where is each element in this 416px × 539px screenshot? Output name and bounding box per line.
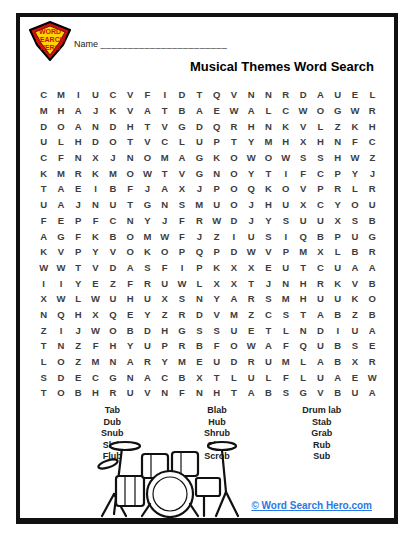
grid-cell-r17c6: Y (121, 338, 138, 354)
grid-cell-r16c15: L (277, 322, 294, 338)
grid-cell-r6c18: P (329, 165, 346, 181)
grid-cell-r20c9: F (173, 385, 190, 401)
grid-cell-r13c4: E (87, 275, 104, 291)
grid-cell-r5c7: O (139, 150, 156, 166)
grid-cell-r2c8: T (156, 103, 173, 119)
grid-cell-r13c1: I (35, 275, 52, 291)
grid-cell-r18c14: U (260, 354, 277, 370)
grid-cell-r16c3: J (70, 322, 87, 338)
grid-cell-r17c7: U (139, 338, 156, 354)
grid-cell-r9c13: J (243, 213, 260, 229)
grid-cell-r15c18: B (329, 307, 346, 323)
grid-cell-r2c7: A (139, 103, 156, 119)
grid-cell-r16c2: I (52, 322, 69, 338)
grid-cell-r6c11: N (208, 165, 225, 181)
grid-cell-r5c11: K (208, 150, 225, 166)
grid-cell-r16c9: G (173, 322, 190, 338)
grid-cell-r8c9: S (173, 197, 190, 213)
grid-cell-r12c3: T (70, 260, 87, 276)
grid-cell-r6c13: Y (243, 165, 260, 181)
grid-cell-r3c14: N (260, 118, 277, 134)
grid-cell-r9c20: B (364, 213, 381, 229)
grid-cell-r3c10: D (191, 118, 208, 134)
grid-cell-r10c13: U (243, 228, 260, 244)
grid-cell-r11c19: B (346, 244, 363, 260)
grid-cell-r11c5: V (104, 244, 121, 260)
grid-cell-r8c10: M (191, 197, 208, 213)
grid-cell-r19c8: C (156, 369, 173, 385)
grid-cell-r5c9: A (173, 150, 190, 166)
grid-cell-r14c12: A (225, 291, 242, 307)
grid-cell-r20c2: O (52, 385, 69, 401)
grid-cell-r18c2: O (52, 354, 69, 370)
grid-cell-r17c10: B (191, 338, 208, 354)
grid-cell-r8c14: H (260, 197, 277, 213)
grid-cell-r11c14: V (260, 244, 277, 260)
grid-cell-r18c9: M (173, 354, 190, 370)
grid-cell-r3c17: L (312, 118, 329, 134)
grid-cell-r1c8: I (156, 87, 173, 103)
grid-cell-r14c17: U (312, 291, 329, 307)
grid-cell-r12c13: X (243, 260, 260, 276)
grid-cell-r8c7: G (139, 197, 156, 213)
grid-cell-r2c20: R (364, 103, 381, 119)
grid-cell-r19c18: A (329, 369, 346, 385)
grid-cell-r5c5: J (104, 150, 121, 166)
grid-cell-r9c14: Y (260, 213, 277, 229)
grid-cell-r5c19: W (346, 150, 363, 166)
grid-cell-r4c3: H (70, 134, 87, 150)
grid-cell-r11c2: V (52, 244, 69, 260)
grid-cell-r17c13: W (243, 338, 260, 354)
word-item: Dub (60, 417, 165, 429)
grid-cell-r2c4: J (87, 103, 104, 119)
grid-cell-r6c10: G (191, 165, 208, 181)
grid-cell-r18c5: N (104, 354, 121, 370)
grid-cell-r3c18: Z (329, 118, 346, 134)
grid-cell-r14c4: W (87, 291, 104, 307)
grid-cell-r2c1: M (35, 103, 52, 119)
grid-cell-r7c11: P (208, 181, 225, 197)
grid-cell-r11c20: R (364, 244, 381, 260)
grid-cell-r13c9: W (173, 275, 190, 291)
grid-cell-r16c5: O (104, 322, 121, 338)
grid-cell-r16c4: W (87, 322, 104, 338)
grid-cell-r4c7: V (139, 134, 156, 150)
grid-cell-r11c10: Q (191, 244, 208, 260)
grid-cell-r3c19: K (346, 118, 363, 134)
grid-cell-r9c12: D (225, 213, 242, 229)
grid-cell-r11c1: K (35, 244, 52, 260)
grid-cell-r10c17: B (312, 228, 329, 244)
grid-cell-r16c16: N (294, 322, 311, 338)
grid-cell-r4c14: M (260, 134, 277, 150)
grid-cell-r20c7: V (139, 385, 156, 401)
grid-cell-r2c15: C (277, 103, 294, 119)
grid-cell-r1c19: E (346, 87, 363, 103)
grid-cell-r16c19: U (346, 322, 363, 338)
name-label: Name (74, 39, 98, 49)
grid-cell-r4c20: C (364, 134, 381, 150)
grid-cell-r10c1: A (35, 228, 52, 244)
grid-cell-r12c15: U (277, 260, 294, 276)
grid-cell-r6c9: V (173, 165, 190, 181)
grid-cell-r18c1: L (35, 354, 52, 370)
grid-cell-r6c12: O (225, 165, 242, 181)
grid-cell-r12c1: W (35, 260, 52, 276)
grid-cell-r12c16: T (294, 260, 311, 276)
grid-cell-r14c7: U (139, 291, 156, 307)
grid-cell-r13c3: Y (70, 275, 87, 291)
grid-cell-r12c6: A (121, 260, 138, 276)
grid-cell-r8c6: T (121, 197, 138, 213)
grid-cell-r19c3: E (70, 369, 87, 385)
grid-cell-r12c19: A (346, 260, 363, 276)
grid-cell-r19c11: T (208, 369, 225, 385)
grid-cell-r11c17: X (312, 244, 329, 260)
grid-cell-r18c15: M (277, 354, 294, 370)
grid-cell-r6c17: C (312, 165, 329, 181)
grid-cell-r9c7: Y (139, 213, 156, 229)
grid-cell-r19c20: W (364, 369, 381, 385)
grid-cell-r1c17: A (312, 87, 329, 103)
grid-cell-r18c19: X (346, 354, 363, 370)
grid-cell-r17c3: Z (70, 338, 87, 354)
grid-cell-r3c3: A (70, 118, 87, 134)
grid-cell-r8c8: N (156, 197, 173, 213)
grid-cell-r6c3: R (70, 165, 87, 181)
grid-cell-r8c2: A (52, 197, 69, 213)
grid-cell-r4c13: Y (243, 134, 260, 150)
grid-cell-r1c20: L (364, 87, 381, 103)
grid-cell-r12c5: D (104, 260, 121, 276)
grid-cell-r12c7: S (139, 260, 156, 276)
grid-cell-r19c2: D (52, 369, 69, 385)
grid-cell-r13c17: R (312, 275, 329, 291)
grid-cell-r8c12: O (225, 197, 242, 213)
grid-cell-r7c18: R (329, 181, 346, 197)
grid-cell-r16c11: S (208, 322, 225, 338)
word-item: Blab (165, 405, 270, 417)
grid-cell-r6c8: T (156, 165, 173, 181)
grid-cell-r14c3: L (70, 291, 87, 307)
grid-cell-r10c12: I (225, 228, 242, 244)
grid-cell-r5c6: N (121, 150, 138, 166)
grid-cell-r5c3: N (70, 150, 87, 166)
grid-cell-r18c20: R (364, 354, 381, 370)
grid-cell-r14c15: M (277, 291, 294, 307)
grid-cell-r2c11: E (208, 103, 225, 119)
grid-cell-r20c1: T (35, 385, 52, 401)
grid-cell-r3c9: G (173, 118, 190, 134)
grid-cell-r15c1: N (35, 307, 52, 323)
grid-cell-r3c13: H (243, 118, 260, 134)
name-blank-line: _______________________ (101, 39, 228, 49)
grid-cell-r19c9: B (173, 369, 190, 385)
word-item: Tab (60, 405, 165, 417)
word-search-hero-logo-icon: WORD SEARCH HERO (29, 21, 71, 61)
grid-cell-r18c18: B (329, 354, 346, 370)
grid-cell-r10c20: G (364, 228, 381, 244)
grid-cell-r10c8: W (156, 228, 173, 244)
grid-cell-r2c6: V (121, 103, 138, 119)
grid-cell-r16c17: D (312, 322, 329, 338)
grid-cell-r18c13: R (243, 354, 260, 370)
grid-cell-r1c16: D (294, 87, 311, 103)
grid-cell-r14c10: N (191, 291, 208, 307)
word-item: Rub (269, 440, 374, 452)
grid-cell-r4c5: O (104, 134, 121, 150)
grid-cell-r7c19: L (346, 181, 363, 197)
grid-cell-r16c18: I (329, 322, 346, 338)
grid-cell-r2c10: A (191, 103, 208, 119)
grid-cell-r4c16: X (294, 134, 311, 150)
grid-cell-r14c9: S (173, 291, 190, 307)
grid-cell-r16c12: U (225, 322, 242, 338)
header: WORD SEARCH HERO Name __________________… (20, 17, 394, 81)
svg-text:WORD: WORD (39, 28, 61, 35)
grid-cell-r4c18: N (329, 134, 346, 150)
grid-cell-r6c20: J (364, 165, 381, 181)
grid-cell-r4c6: T (121, 134, 138, 150)
grid-cell-r20c3: B (70, 385, 87, 401)
grid-cell-r19c10: X (191, 369, 208, 385)
grid-cell-r18c11: U (208, 354, 225, 370)
grid-cell-r19c15: F (277, 369, 294, 385)
grid-cell-r11c11: P (208, 244, 225, 260)
grid-cell-r4c17: H (312, 134, 329, 150)
grid-cell-r5c15: W (277, 150, 294, 166)
grid-cell-r6c19: Y (346, 165, 363, 181)
grid-cell-r2c17: O (312, 103, 329, 119)
grid-cell-r1c18: U (329, 87, 346, 103)
grid-cell-r15c17: A (312, 307, 329, 323)
grid-cell-r7c16: V (294, 181, 311, 197)
grid-cell-r9c10: R (191, 213, 208, 229)
grid-cell-r13c10: L (191, 275, 208, 291)
grid-cell-r20c19: U (346, 385, 363, 401)
grid-cell-r2c9: B (173, 103, 190, 119)
grid-cell-r9c16: U (294, 213, 311, 229)
grid-cell-r11c15: P (277, 244, 294, 260)
grid-cell-r6c15: I (277, 165, 294, 181)
grid-cell-r1c11: Q (208, 87, 225, 103)
grid-cell-r6c2: M (52, 165, 69, 181)
grid-cell-r7c6: F (121, 181, 138, 197)
grid-cell-r7c20: R (364, 181, 381, 197)
grid-cell-r3c4: N (87, 118, 104, 134)
grid-cell-r10c2: G (52, 228, 69, 244)
grid-cell-r18c8: Y (156, 354, 173, 370)
grid-cell-r14c20: O (364, 291, 381, 307)
word-item: Grab (269, 428, 374, 440)
grid-cell-r9c19: S (346, 213, 363, 229)
grid-cell-r13c12: X (225, 275, 242, 291)
grid-cell-r2c13: A (243, 103, 260, 119)
grid-cell-r15c10: D (191, 307, 208, 323)
grid-cell-r15c3: H (70, 307, 87, 323)
grid-cell-r16c6: B (121, 322, 138, 338)
grid-cell-r4c10: U (191, 134, 208, 150)
grid-cell-r14c5: U (104, 291, 121, 307)
grid-cell-r2c19: W (346, 103, 363, 119)
grid-cell-r15c20: B (364, 307, 381, 323)
grid-cell-r14c1: X (35, 291, 52, 307)
svg-text:SEARCH: SEARCH (35, 36, 65, 43)
grid-cell-r11c16: M (294, 244, 311, 260)
grid-cell-r19c13: U (243, 369, 260, 385)
grid-cell-r11c4: Y (87, 244, 104, 260)
grid-cell-r20c10: N (191, 385, 208, 401)
grid-cell-r8c5: U (104, 197, 121, 213)
grid-cell-r7c1: T (35, 181, 52, 197)
grid-cell-r10c3: F (70, 228, 87, 244)
grid-cell-r1c5: C (104, 87, 121, 103)
grid-cell-r7c12: O (225, 181, 242, 197)
grid-cell-r11c3: P (70, 244, 87, 260)
word-item: Drum lab (269, 405, 374, 417)
grid-cell-r17c18: B (329, 338, 346, 354)
grid-cell-r14c18: U (329, 291, 346, 307)
grid-cell-r5c12: O (225, 150, 242, 166)
grid-cell-r20c20: A (364, 385, 381, 401)
grid-cell-r6c5: M (104, 165, 121, 181)
grid-cell-r7c9: X (173, 181, 190, 197)
grid-cell-r13c19: V (346, 275, 363, 291)
grid-cell-r16c8: H (156, 322, 173, 338)
grid-cell-r13c15: N (277, 275, 294, 291)
grid-cell-r20c16: G (294, 385, 311, 401)
grid-cell-r10c18: P (329, 228, 346, 244)
grid-cell-r1c13: N (243, 87, 260, 103)
grid-cell-r9c4: F (87, 213, 104, 229)
grid-cell-r7c8: A (156, 181, 173, 197)
word-search-hero-link[interactable]: © Word Search Hero.com (251, 500, 372, 511)
grid-cell-r17c5: H (104, 338, 121, 354)
grid-cell-r6c16: F (294, 165, 311, 181)
grid-cell-r7c3: E (70, 181, 87, 197)
grid-cell-r5c20: Z (364, 150, 381, 166)
grid-cell-r6c14: T (260, 165, 277, 181)
grid-cell-r15c15: S (277, 307, 294, 323)
grid-cell-r17c20: E (364, 338, 381, 354)
grid-cell-r17c9: R (173, 338, 190, 354)
grid-cell-r19c5: G (104, 369, 121, 385)
grid-cell-r11c9: P (173, 244, 190, 260)
grid-cell-r19c1: S (35, 369, 52, 385)
grid-cell-r16c7: D (139, 322, 156, 338)
grid-cell-r4c9: L (173, 134, 190, 150)
grid-cell-r9c9: F (173, 213, 190, 229)
grid-cell-r13c8: U (156, 275, 173, 291)
grid-cell-r18c10: E (191, 354, 208, 370)
grid-cell-r11c13: W (243, 244, 260, 260)
grid-cell-r5c16: S (294, 150, 311, 166)
grid-cell-r12c18: U (329, 260, 346, 276)
grid-cell-r12c9: I (173, 260, 190, 276)
grid-cell-r14c11: Y (208, 291, 225, 307)
grid-cell-r8c18: Y (329, 197, 346, 213)
grid-cell-r6c6: O (121, 165, 138, 181)
grid-cell-r19c17: U (312, 369, 329, 385)
grid-cell-r19c6: N (121, 369, 138, 385)
svg-text:HERO: HERO (40, 44, 61, 51)
grid-cell-r20c13: A (243, 385, 260, 401)
grid-cell-r9c1: F (35, 213, 52, 229)
grid-cell-r6c4: K (87, 165, 104, 181)
grid-cell-r13c13: T (243, 275, 260, 291)
grid-cell-r19c12: L (225, 369, 242, 385)
grid-cell-r15c7: Y (139, 307, 156, 323)
grid-cell-r5c18: H (329, 150, 346, 166)
word-item: Hub (165, 417, 270, 429)
grid-cell-r11c18: L (329, 244, 346, 260)
grid-cell-r1c9: D (173, 87, 190, 103)
grid-cell-r9c2: E (52, 213, 69, 229)
grid-cell-r13c6: F (121, 275, 138, 291)
grid-cell-r3c15: K (277, 118, 294, 134)
grid-cell-r11c8: O (156, 244, 173, 260)
grid-cell-r17c12: O (225, 338, 242, 354)
grid-cell-r7c15: O (277, 181, 294, 197)
word-item: Sub (269, 451, 374, 463)
grid-cell-r19c16: L (294, 369, 311, 385)
grid-cell-r6c1: K (35, 165, 52, 181)
grid-cell-r17c2: N (52, 338, 69, 354)
grid-cell-r10c16: Q (294, 228, 311, 244)
grid-cell-r10c15: I (277, 228, 294, 244)
grid-cell-r3c7: T (139, 118, 156, 134)
grid-cell-r7c5: B (104, 181, 121, 197)
grid-cell-r3c11: Q (208, 118, 225, 134)
grid-cell-r15c11: V (208, 307, 225, 323)
grid-cell-r3c1: D (35, 118, 52, 134)
grid-cell-r8c3: J (70, 197, 87, 213)
grid-cell-r3c8: V (156, 118, 173, 134)
grid-cell-r9c11: W (208, 213, 225, 229)
grid-cell-r19c19: E (346, 369, 363, 385)
grid-cell-r20c6: U (121, 385, 138, 401)
grid-cell-r8c13: J (243, 197, 260, 213)
grid-cell-r1c1: C (35, 87, 52, 103)
grid-cell-r5c4: X (87, 150, 104, 166)
grid-cell-r14c6: H (121, 291, 138, 307)
grid-cell-r16c10: S (191, 322, 208, 338)
grid-cell-r19c14: L (260, 369, 277, 385)
grid-cell-r13c2: I (52, 275, 69, 291)
grid-cell-r18c12: D (225, 354, 242, 370)
grid-cell-r4c11: P (208, 134, 225, 150)
grid-cell-r7c13: Q (243, 181, 260, 197)
grid-cell-r18c16: L (294, 354, 311, 370)
grid-cell-r13c11: X (208, 275, 225, 291)
grid-cell-r4c15: H (277, 134, 294, 150)
grid-cell-r18c6: A (121, 354, 138, 370)
grid-cell-r7c4: I (87, 181, 104, 197)
grid-cell-r10c9: F (173, 228, 190, 244)
grid-cell-r2c5: K (104, 103, 121, 119)
grid-cell-r17c14: A (260, 338, 277, 354)
grid-cell-r15c8: Z (156, 307, 173, 323)
grid-cell-r7c2: A (52, 181, 69, 197)
grid-cell-r16c13: E (243, 322, 260, 338)
grid-cell-r17c1: T (35, 338, 52, 354)
grid-cell-r1c7: F (139, 87, 156, 103)
grid-cell-r9c8: J (156, 213, 173, 229)
grid-cell-r3c2: O (52, 118, 69, 134)
grid-cell-r8c4: N (87, 197, 104, 213)
word-column-3: Drum labStabGrabRubSub (269, 405, 374, 463)
